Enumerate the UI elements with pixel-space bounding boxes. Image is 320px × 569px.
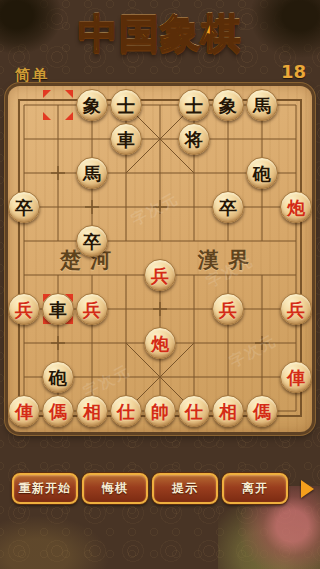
piece-black-horse[interactable]: 馬 [246, 89, 278, 121]
piece-black-general[interactable]: 将 [178, 123, 210, 155]
leave-button[interactable]: 离开 [222, 473, 288, 504]
piece-red-cannon[interactable]: 炮 [280, 191, 312, 223]
undo-button[interactable]: 悔棋 [82, 473, 148, 504]
piece-black-advisor[interactable]: 士 [178, 89, 210, 121]
piece-red-soldier[interactable]: 兵 [280, 293, 312, 325]
piece-black-soldier[interactable]: 卒 [8, 191, 40, 223]
piece-red-chariot[interactable]: 俥 [280, 361, 312, 393]
piece-black-chariot[interactable]: 車 [42, 293, 74, 325]
piece-black-cannon[interactable]: 砲 [246, 157, 278, 189]
difficulty-label[interactable]: 简单 [15, 66, 49, 88]
floral-decoration [0, 515, 110, 569]
piece-black-soldier[interactable]: 卒 [212, 191, 244, 223]
hint-button[interactable]: 提示 [152, 473, 218, 504]
piece-red-advisor[interactable]: 仕 [110, 395, 142, 427]
piece-red-cannon[interactable]: 炮 [144, 327, 176, 359]
piece-black-elephant[interactable]: 象 [212, 89, 244, 121]
piece-black-chariot[interactable]: 車 [110, 123, 142, 155]
app-title: 中国象棋 [0, 6, 320, 61]
piece-red-soldier[interactable]: 兵 [144, 259, 176, 291]
piece-red-soldier[interactable]: 兵 [8, 293, 40, 325]
piece-black-elephant[interactable]: 象 [76, 89, 108, 121]
piece-red-advisor[interactable]: 仕 [178, 395, 210, 427]
xiangqi-board[interactable]: 楚河 漢界 象士士象馬車将馬砲卒卒卒車砲炮兵兵兵兵兵炮俥俥傌相仕帥仕相傌 [8, 86, 312, 432]
piece-red-horse[interactable]: 傌 [246, 395, 278, 427]
app-screen: 中国象棋 简单 18 [0, 0, 320, 569]
piece-black-soldier[interactable]: 卒 [76, 225, 108, 257]
play-arrow-icon[interactable] [301, 480, 314, 498]
piece-black-advisor[interactable]: 士 [110, 89, 142, 121]
move-counter: 18 [281, 61, 306, 82]
piece-black-cannon[interactable]: 砲 [42, 361, 74, 393]
button-bar: 重新开始 悔棋 提示 离开 [0, 473, 320, 504]
piece-red-soldier[interactable]: 兵 [212, 293, 244, 325]
piece-red-chariot[interactable]: 俥 [8, 395, 40, 427]
piece-red-soldier[interactable]: 兵 [76, 293, 108, 325]
piece-red-king[interactable]: 帥 [144, 395, 176, 427]
piece-red-elephant[interactable]: 相 [212, 395, 244, 427]
piece-red-elephant[interactable]: 相 [76, 395, 108, 427]
restart-button[interactable]: 重新开始 [12, 473, 78, 504]
piece-red-horse[interactable]: 傌 [42, 395, 74, 427]
piece-black-horse[interactable]: 馬 [76, 157, 108, 189]
